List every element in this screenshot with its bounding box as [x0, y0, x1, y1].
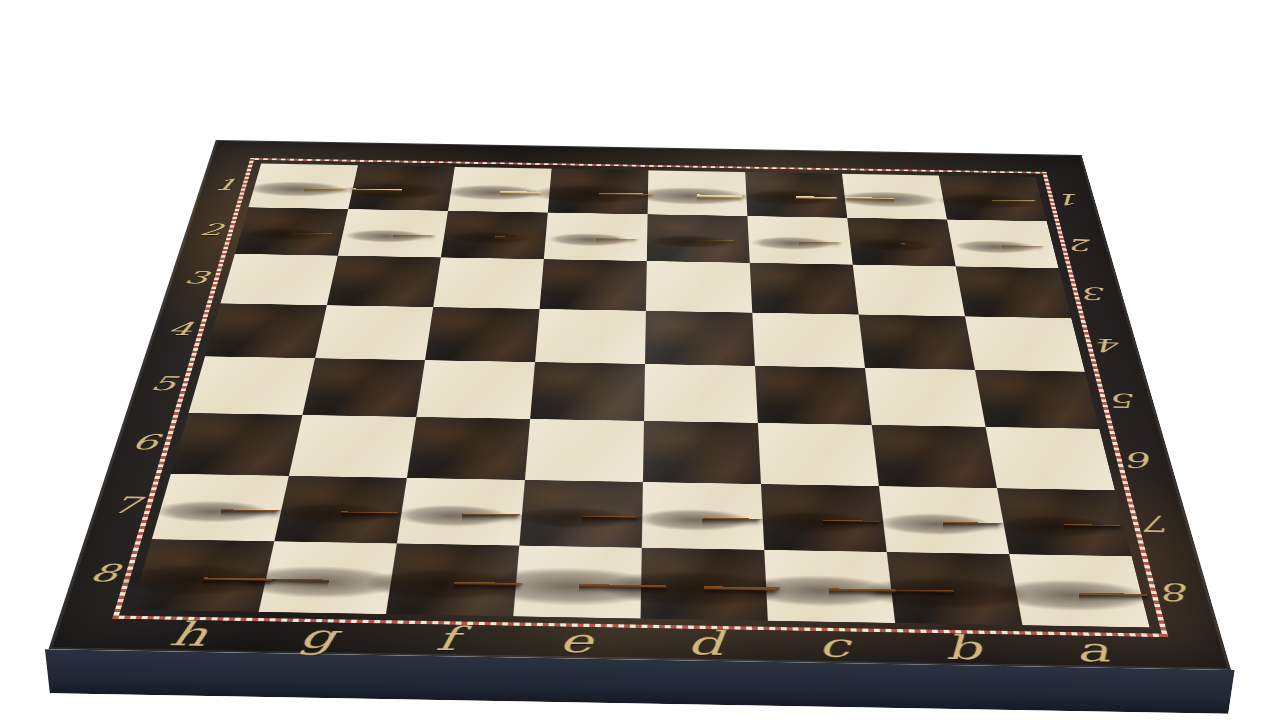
- chess-board: hgfedcba1234567812345678 ♜♞♝♛♚♝♞♜♟♟♟♟♟♟♟…: [48, 140, 1231, 670]
- scene: hgfedcba1234567812345678 ♜♞♝♛♚♝♞♜♟♟♟♟♟♟♟…: [0, 0, 1280, 720]
- square-a2: [947, 220, 1059, 269]
- square-h2: [235, 207, 348, 255]
- pieces-layer: ♜♞♝♛♚♝♞♜♟♟♟♟♟♟♟♟♟♟♟♟♟♟♟♟♜♞♝♛♚♝♞♜: [48, 140, 1231, 670]
- product-photo-page: hgfedcba1234567812345678 ♜♞♝♛♚♝♞♜♟♟♟♟♟♟♟…: [0, 0, 1280, 720]
- square-a1: [939, 175, 1047, 221]
- square-h1: [248, 164, 358, 209]
